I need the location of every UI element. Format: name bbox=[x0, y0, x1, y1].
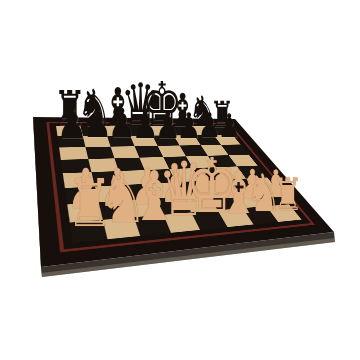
piece-white-rook-h1[interactable]: ♜ bbox=[272, 173, 303, 218]
piece-black-pawn-h7[interactable]: ♟ bbox=[218, 110, 241, 143]
chess-set-photo: ♜♞♝♛♚♝♞♜♟♟♟♟♟♟♟♟♟♟♟♟♟♟♟♟♜♞♝♛♚♝♞♜ bbox=[0, 0, 360, 360]
